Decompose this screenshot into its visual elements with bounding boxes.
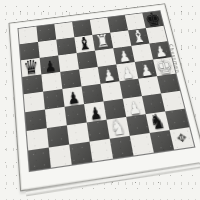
black-knight[interactable]: ♞ [148,111,167,134]
black-pawn[interactable]: ♟ [66,90,80,107]
white-pawn[interactable]: ♟ [117,49,131,65]
white-pawn[interactable]: ♟ [120,65,134,82]
white-pawn[interactable]: ♟ [102,68,116,85]
square-h1[interactable]: ✥ [170,127,195,149]
square-a6[interactable]: ♛ [21,58,41,77]
black-pawn[interactable]: ♟ [44,59,57,75]
white-bishop[interactable]: ♝ [130,28,147,47]
black-pawn[interactable]: ♟ [88,105,103,123]
square-c1[interactable] [69,142,92,165]
square-b1[interactable] [49,145,72,168]
black-king[interactable]: ♚ [143,10,162,29]
white-knight[interactable]: ♞ [109,116,128,139]
black-queen[interactable]: ♛ [23,57,40,77]
white-pawn[interactable]: ♟ [139,63,154,79]
board-emblem-icon: ✥ [170,127,195,149]
black-bishop[interactable]: ♝ [76,35,92,54]
photo-scene: ♚♝♜♝♛♟♟♟♟♟♟♚♟♟♟♞♞✥ Chessmen [0,0,200,200]
chess-board: ♚♝♜♝♛♟♟♟♟♟♟♚♟♟♟♞♞✥ Chessmen [8,3,200,191]
board-grid: ♚♝♜♝♛♟♟♟♟♟♟♚♟♟♟♞♞✥ [18,11,194,171]
square-a1[interactable] [28,148,51,171]
board-bottom-edge [26,163,200,196]
white-pawn[interactable]: ♟ [127,99,142,117]
square-h8[interactable]: ♚ [142,11,163,28]
white-rook[interactable]: ♜ [94,32,111,51]
